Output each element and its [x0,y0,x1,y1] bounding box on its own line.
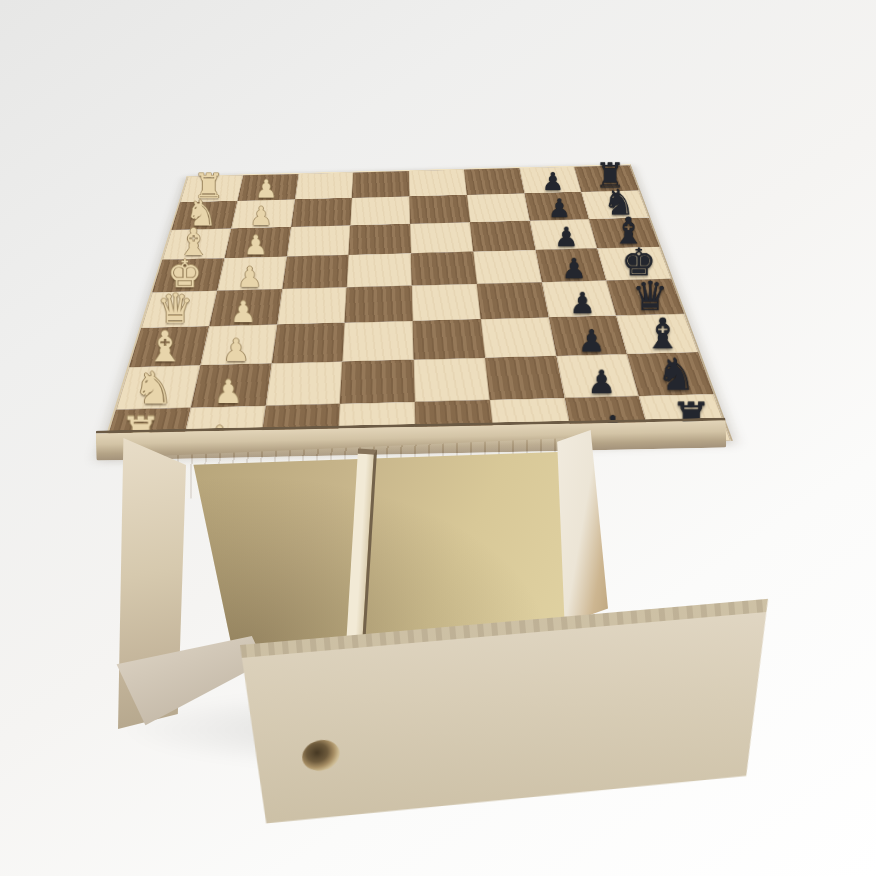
square-h7[interactable]: ♟ [519,167,581,194]
square-b7[interactable]: ♟ [556,354,639,398]
square-e3[interactable] [282,255,349,289]
square-d6[interactable] [477,282,549,319]
square-b1[interactable]: ♞ [116,365,200,410]
black-knight[interactable]: ♞ [656,352,696,397]
chess-board-surface: ♜♟♟♜♞♟♟♞♝♟♟♝♚♟♟♚♛♟♟♛♝♟♟♝♞♟♟♞♜♟♟♜ [99,164,733,457]
square-h5[interactable] [409,170,467,197]
square-e4[interactable] [347,253,412,287]
square-d5[interactable] [412,284,481,321]
square-e7[interactable]: ♟ [535,248,606,282]
square-d4[interactable] [345,286,413,323]
square-c7[interactable]: ♟ [548,316,627,356]
lid-thumb-notch [299,736,343,775]
square-e5[interactable] [411,252,477,286]
square-c6[interactable] [481,317,556,357]
square-b6[interactable] [485,356,564,400]
square-f7[interactable]: ♟ [529,219,597,250]
square-h6[interactable] [464,168,524,195]
square-c1[interactable]: ♝ [129,326,209,367]
square-f4[interactable] [349,224,411,255]
board-scene: ♜♟♟♜♞♟♟♞♝♟♟♝♚♟♟♚♛♟♟♛♝♟♟♝♞♟♟♞♜♟♟♜ [99,0,729,449]
black-pawn[interactable]: ♟ [541,169,563,194]
square-f6[interactable] [470,221,535,252]
square-b5[interactable] [414,358,490,402]
square-g6[interactable] [467,193,530,222]
black-pawn[interactable]: ♟ [561,254,586,282]
white-pawn[interactable]: ♟ [222,334,250,365]
square-g4[interactable] [350,196,410,225]
square-g2[interactable]: ♟ [231,199,295,228]
square-c5[interactable] [413,319,485,359]
chess-board[interactable]: ♜♟♟♜♞♟♟♞♝♟♟♝♚♟♟♚♛♟♟♛♝♟♟♝♞♟♟♞♜♟♟♜ [101,165,731,457]
white-pawn[interactable]: ♟ [237,263,262,291]
white-pawn[interactable]: ♟ [230,297,256,326]
square-f5[interactable] [410,222,473,253]
white-pawn[interactable]: ♟ [214,376,243,408]
black-pawn[interactable]: ♟ [569,288,595,317]
square-c4[interactable] [343,321,414,361]
white-pawn[interactable]: ♟ [244,232,268,259]
square-b8[interactable]: ♞ [627,352,714,396]
square-e2[interactable]: ♟ [217,257,287,291]
square-f2[interactable]: ♟ [224,227,290,258]
square-h4[interactable] [352,171,409,198]
square-b2[interactable]: ♟ [191,363,272,408]
black-pawn[interactable]: ♟ [577,325,605,356]
square-d7[interactable]: ♟ [542,281,617,318]
square-h3[interactable] [295,172,354,199]
white-pawn[interactable]: ♟ [250,203,273,229]
square-h2[interactable]: ♟ [237,174,298,201]
white-knight[interactable]: ♞ [134,366,174,411]
square-g5[interactable] [409,195,469,224]
square-g3[interactable] [291,198,352,227]
square-c3[interactable] [271,323,344,364]
square-f3[interactable] [287,225,351,256]
square-g7[interactable]: ♟ [524,192,589,221]
square-b4[interactable] [340,359,415,403]
square-c2[interactable]: ♟ [200,324,277,365]
square-e6[interactable] [473,250,541,284]
square-d3[interactable] [277,287,347,324]
square-b3[interactable] [265,361,342,406]
photo-scene: ♜♟♟♜♞♟♟♞♝♟♟♝♚♟♟♚♛♟♟♛♝♟♟♝♞♟♟♞♜♟♟♜ [0,0,876,876]
square-d2[interactable]: ♟ [209,289,282,326]
black-pawn[interactable]: ♟ [587,366,616,398]
black-pawn[interactable]: ♟ [554,224,578,251]
white-pawn[interactable]: ♟ [255,176,277,201]
black-pawn[interactable]: ♟ [547,195,570,221]
